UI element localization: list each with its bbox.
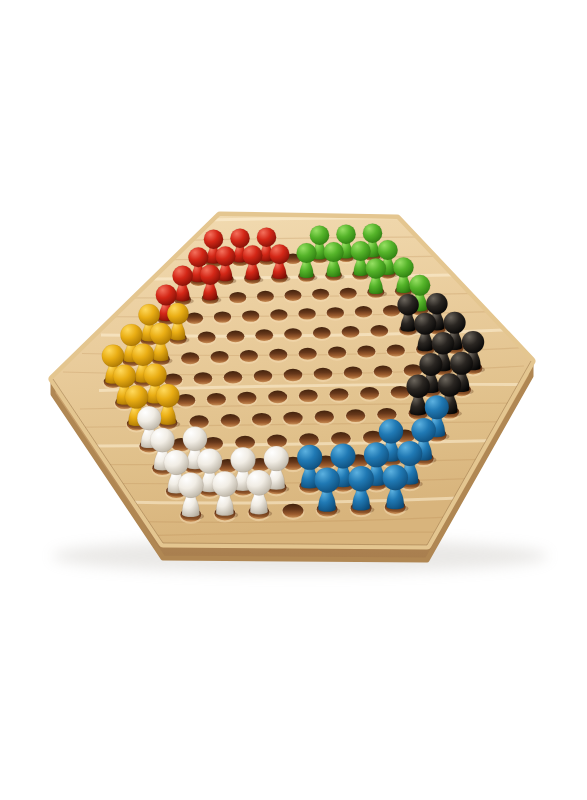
board-hole[interactable] (253, 370, 273, 385)
board-hole[interactable] (343, 367, 363, 381)
peg-head (383, 465, 408, 490)
board-hole[interactable] (386, 344, 406, 358)
board-hole[interactable] (254, 329, 274, 343)
peg-head (183, 427, 207, 451)
board-hole[interactable] (193, 372, 213, 387)
peg-head (432, 332, 454, 354)
peg-head (264, 446, 289, 471)
board-hole[interactable] (282, 504, 305, 520)
peg-head (348, 466, 373, 491)
peg-head (379, 419, 403, 443)
peg-head (230, 229, 249, 248)
peg-head (102, 345, 124, 367)
board-hole[interactable] (313, 368, 333, 383)
peg-head (366, 258, 386, 278)
peg-head (414, 313, 436, 335)
board-hole[interactable] (237, 392, 258, 407)
peg-head (138, 304, 159, 325)
board-hole[interactable] (251, 413, 272, 428)
board-hole[interactable] (298, 308, 317, 322)
board-hole[interactable] (370, 325, 390, 339)
board-hole[interactable] (373, 365, 393, 380)
peg-head (419, 353, 442, 376)
peg-head (113, 365, 136, 388)
peg-head (450, 352, 473, 375)
peg-head (137, 406, 161, 430)
peg-head (231, 447, 256, 472)
peg-head (156, 285, 177, 306)
board-hole[interactable] (354, 306, 373, 320)
peg-head (242, 245, 262, 265)
board-hole[interactable] (269, 309, 288, 323)
peg-head (172, 266, 192, 286)
board-hole[interactable] (220, 414, 241, 429)
peg-head (150, 428, 174, 452)
peg-head (411, 418, 435, 442)
board-hole[interactable] (341, 326, 361, 340)
board-hole[interactable] (226, 330, 246, 344)
board-hole[interactable] (284, 290, 303, 303)
peg-head (246, 470, 271, 495)
peg-head (156, 384, 179, 407)
chinese-checkers-board (0, 0, 587, 800)
board-hole[interactable] (267, 391, 288, 406)
peg-head (120, 324, 142, 346)
peg-head (363, 224, 382, 243)
peg-head (426, 293, 447, 314)
peg-head (144, 363, 167, 386)
peg-head (167, 303, 188, 324)
peg-head (164, 450, 189, 475)
peg-head (331, 444, 356, 469)
board-hole[interactable] (283, 369, 303, 384)
board-hole[interactable] (356, 346, 376, 360)
peg-head (204, 230, 223, 249)
peg-head (397, 294, 418, 315)
peg-head (215, 246, 235, 266)
peg-head (297, 445, 322, 470)
board-hole[interactable] (282, 412, 303, 427)
board-hole[interactable] (206, 393, 227, 408)
board-hole[interactable] (326, 307, 345, 321)
peg-head (444, 312, 466, 334)
peg-head (178, 473, 203, 498)
board-hole[interactable] (241, 310, 260, 324)
board-hole[interactable] (197, 332, 217, 346)
board-hole[interactable] (314, 411, 335, 426)
board-hole[interactable] (180, 352, 200, 366)
peg-head (378, 240, 398, 260)
peg-head (125, 385, 148, 408)
peg-head (257, 228, 276, 247)
peg-head (438, 373, 461, 396)
peg-head (393, 257, 413, 277)
board-hole[interactable] (359, 387, 380, 402)
peg-head (314, 467, 339, 492)
peg-head (397, 441, 422, 466)
board-hole[interactable] (228, 292, 247, 305)
peg-head (297, 243, 317, 263)
board-hole[interactable] (327, 347, 347, 361)
peg-head (132, 344, 154, 366)
peg-head (150, 323, 172, 345)
peg-head (197, 449, 222, 474)
board-hole[interactable] (239, 350, 259, 364)
board-hole[interactable] (311, 289, 330, 302)
peg-head (462, 331, 484, 353)
board-hole[interactable] (298, 348, 318, 362)
peg-head (212, 471, 237, 496)
peg-head (200, 265, 220, 285)
peg-head (270, 244, 290, 264)
peg-head (407, 375, 430, 398)
board-hole[interactable] (329, 388, 350, 403)
peg-head (409, 275, 430, 296)
board-hole[interactable] (223, 371, 243, 386)
peg-head (188, 247, 208, 267)
peg-head (324, 242, 344, 262)
board-hole[interactable] (298, 389, 319, 404)
peg-head (310, 226, 329, 245)
board-hole[interactable] (256, 291, 275, 304)
board-hole[interactable] (345, 409, 366, 424)
board-hole[interactable] (213, 311, 232, 325)
board-hole[interactable] (339, 288, 358, 301)
product-photo-scene (0, 0, 587, 800)
peg-head (336, 225, 355, 244)
peg-head (425, 395, 449, 419)
board-hole[interactable] (268, 349, 288, 363)
peg-head (364, 442, 389, 467)
board-hole[interactable] (283, 328, 303, 342)
peg-head (351, 241, 371, 261)
board-hole[interactable] (312, 327, 332, 341)
board-hole[interactable] (210, 351, 230, 365)
